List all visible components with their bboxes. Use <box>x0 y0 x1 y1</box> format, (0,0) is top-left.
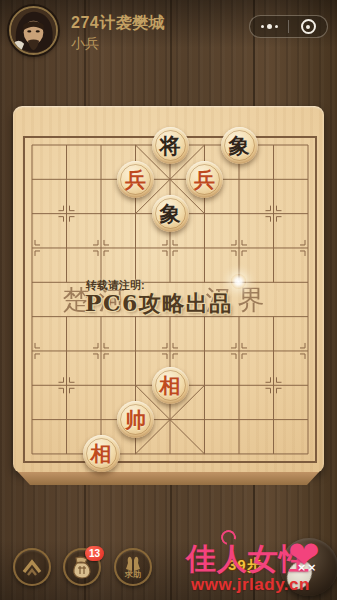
heart-icon: ❤×× <box>288 536 320 574</box>
circle-dot-icon <box>301 19 316 34</box>
miniprogram-capsule <box>249 15 328 38</box>
piece-character: 帅 <box>125 409 146 430</box>
piece-character: 相 <box>91 443 112 464</box>
piece-black-e10[interactable]: 将 <box>152 127 189 164</box>
svg-text:界: 界 <box>238 284 265 315</box>
help-label: 求助 <box>125 571 141 579</box>
collapse-button[interactable] <box>13 548 51 586</box>
player-avatar[interactable] <box>9 6 58 55</box>
hint-count-badge: 13 <box>85 546 104 561</box>
level-title: 274计袭樊城 <box>71 13 165 34</box>
site-url: www.jrlady.cn <box>191 575 310 595</box>
piece-character: 兵 <box>125 169 146 190</box>
help-button[interactable]: 求助 <box>114 548 152 586</box>
watermark-brand: PC6攻略出品 <box>85 289 233 319</box>
level-difficulty: 小兵 <box>71 35 99 53</box>
close-button[interactable] <box>289 16 327 37</box>
piece-character: 兵 <box>194 169 215 190</box>
piece-red-e3[interactable]: 相 <box>152 367 189 404</box>
more-button[interactable] <box>250 16 288 37</box>
piece-character: 相 <box>160 375 181 396</box>
piece-black-e8[interactable]: 象 <box>152 195 189 232</box>
piece-character: 象 <box>229 135 250 156</box>
chevron-up-icon <box>19 555 45 579</box>
app-screen: 274计袭樊城 小兵 楚河汉界 将象兵兵象相帅相 转载请注明: PC6攻略出品 <box>0 0 337 600</box>
avatar-portrait <box>11 8 56 53</box>
piece-red-d9[interactable]: 兵 <box>117 161 154 198</box>
piece-red-d2[interactable]: 帅 <box>117 401 154 438</box>
piece-red-c1[interactable]: 相 <box>83 435 120 472</box>
sparkle-effect <box>231 274 246 289</box>
piece-black-g10[interactable]: 象 <box>221 127 258 164</box>
piece-character: 将 <box>160 135 181 156</box>
board-edge-bevel <box>18 472 319 485</box>
piece-character: 象 <box>160 203 181 224</box>
more-dots-icon <box>261 24 278 29</box>
piece-red-f9[interactable]: 兵 <box>186 161 223 198</box>
